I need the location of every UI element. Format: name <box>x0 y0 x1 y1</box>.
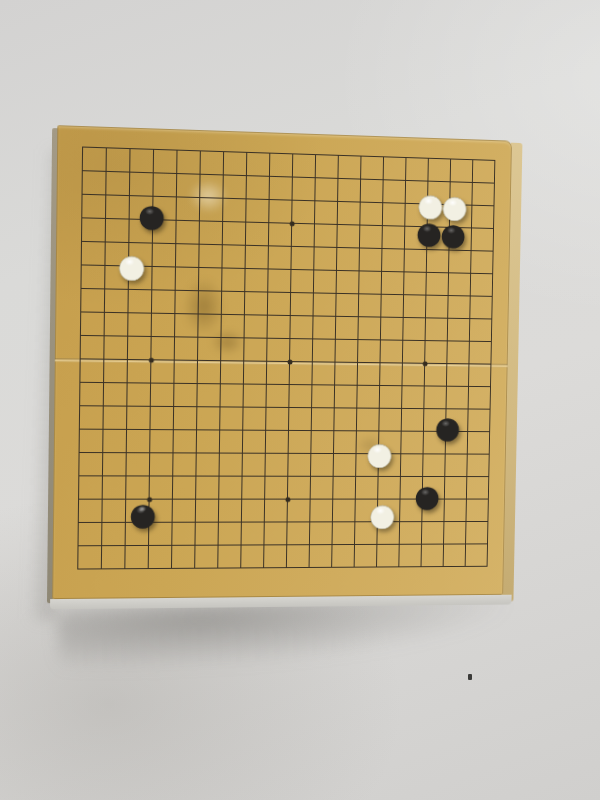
wall-speck <box>468 674 472 680</box>
white-stone: ● <box>120 255 143 278</box>
photo-scene: ●●●●●●●●●●● <box>0 0 600 800</box>
black-stone: ● <box>140 204 163 227</box>
star-point <box>422 361 427 366</box>
black-stone: ● <box>131 503 154 525</box>
star-point <box>148 357 153 362</box>
star-point <box>287 359 292 364</box>
star-point <box>420 497 425 502</box>
go-board-surface: ●●●●●●●●●●● <box>52 125 512 599</box>
black-stone: ● <box>416 485 438 507</box>
go-board: ●●●●●●●●●●● <box>52 125 512 599</box>
black-stone: ● <box>437 417 459 439</box>
white-stone: ● <box>444 195 466 217</box>
star-point <box>147 497 152 502</box>
white-stone: ● <box>420 194 442 216</box>
white-stone: ● <box>369 443 391 465</box>
white-stone: ● <box>371 504 393 526</box>
goban-grid: ●●●●●●●●●●● <box>77 147 495 570</box>
star-point <box>289 221 294 226</box>
star-point <box>285 497 290 502</box>
star-point <box>425 224 430 229</box>
star-point <box>150 217 155 222</box>
black-stone: ● <box>442 223 464 245</box>
